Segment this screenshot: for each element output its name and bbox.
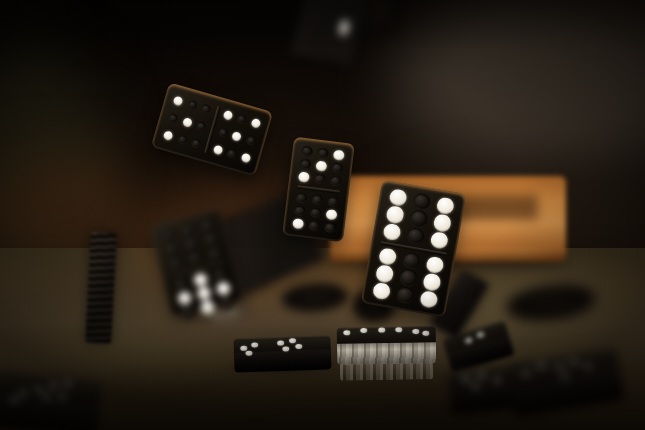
pip-hole xyxy=(330,175,342,187)
pip-hole xyxy=(310,207,322,219)
pip-hole xyxy=(203,232,219,248)
pip xyxy=(326,209,338,221)
pip-hole xyxy=(317,147,329,159)
domino-tile-3-2 xyxy=(282,137,355,243)
pip-hole xyxy=(176,134,188,146)
pip xyxy=(231,131,243,143)
pip xyxy=(375,265,394,284)
pip-hole xyxy=(200,103,212,115)
pip-hole xyxy=(187,250,203,266)
pip-hole xyxy=(399,269,418,288)
pip-hole xyxy=(226,148,238,160)
pip-hole xyxy=(294,205,306,217)
photo-falling-dominoes xyxy=(0,0,645,430)
pip xyxy=(200,300,216,316)
pip xyxy=(163,130,175,142)
pip-hole xyxy=(180,305,196,321)
pip xyxy=(181,117,193,129)
pip-hole xyxy=(184,236,200,252)
domino-flat-white-side xyxy=(337,326,437,365)
pip-hole xyxy=(308,220,320,232)
pip-hole xyxy=(236,113,248,125)
pip-hole xyxy=(217,127,229,139)
pip-hole xyxy=(219,295,235,311)
domino-out-of-focus-right xyxy=(503,281,599,327)
pip xyxy=(222,109,234,121)
pip-hole xyxy=(324,222,336,234)
pip xyxy=(196,286,212,302)
pip xyxy=(250,117,262,129)
pip xyxy=(216,281,232,297)
pip xyxy=(378,247,397,266)
pip xyxy=(386,205,405,224)
pip xyxy=(193,272,209,288)
pip-dot xyxy=(396,328,403,333)
pip-hole xyxy=(396,286,415,305)
pip-hole xyxy=(161,227,177,243)
pip xyxy=(426,256,445,275)
domino-blur-flat-corner xyxy=(0,370,103,430)
domino-motion-blur-top xyxy=(290,0,370,68)
pip-hole xyxy=(190,138,202,150)
domino-tile-3-5 xyxy=(151,82,273,176)
pip-hole xyxy=(327,196,339,208)
pip-hole xyxy=(200,218,216,234)
pip xyxy=(420,290,439,309)
pip xyxy=(240,152,252,164)
pip xyxy=(389,188,408,207)
pip-hole xyxy=(212,267,228,283)
pip-dot xyxy=(338,18,351,36)
pip-dot xyxy=(422,331,429,336)
pip-hole xyxy=(167,113,179,125)
pip xyxy=(383,223,402,242)
pip-hole xyxy=(207,245,223,261)
domino-blur-flat-right-b xyxy=(508,348,625,418)
pip xyxy=(436,197,455,216)
pip xyxy=(430,231,449,250)
pip xyxy=(433,214,452,233)
domino-out-of-focus-mid xyxy=(280,282,350,315)
pip-hole xyxy=(406,227,425,246)
pip xyxy=(292,218,304,230)
pip-hole xyxy=(195,121,207,133)
pip xyxy=(172,95,184,107)
pip xyxy=(372,282,391,301)
pip-hole xyxy=(314,173,326,185)
domino-half xyxy=(288,189,344,237)
pip-hole xyxy=(245,135,257,147)
pip-hole xyxy=(173,277,189,293)
pip-hole xyxy=(331,162,343,174)
pip xyxy=(316,160,328,172)
domino-half xyxy=(367,244,450,311)
pip-hole xyxy=(409,210,428,229)
domino-half xyxy=(293,142,349,190)
pip-hole xyxy=(301,145,313,157)
domino-flat-left xyxy=(233,335,331,372)
pip-hole xyxy=(186,99,198,111)
domino-edge-on-left xyxy=(85,232,117,343)
pip-hole xyxy=(295,192,307,204)
pip-hole xyxy=(311,194,323,206)
pip-hole xyxy=(164,241,180,257)
pip xyxy=(212,144,224,156)
pip xyxy=(333,149,345,161)
domino-side xyxy=(337,342,436,365)
dominoes-layer xyxy=(0,0,645,430)
pip-hole xyxy=(402,252,421,271)
pip xyxy=(177,291,193,307)
pip xyxy=(298,171,310,183)
pip xyxy=(423,273,442,292)
pip-hole xyxy=(300,158,312,170)
pip-hole xyxy=(168,255,184,271)
pip-hole xyxy=(412,193,431,212)
pip-hole xyxy=(180,223,196,239)
